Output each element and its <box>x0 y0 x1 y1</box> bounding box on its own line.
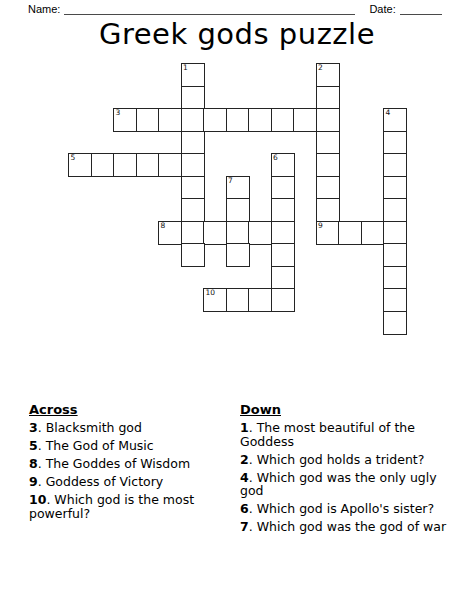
grid-cell-r6c11[interactable] <box>316 198 340 222</box>
clue-across-9: 9. Goddess of Victory <box>29 475 210 489</box>
grid-cell-r2c8[interactable] <box>248 108 272 132</box>
across-clue-list: 3. Blacksmith god5. The God of Music8. T… <box>29 421 210 520</box>
clue-down-2: 2. Which god holds a trident? <box>240 453 448 467</box>
grid-cell-r7c11[interactable]: 9 <box>316 221 340 245</box>
page-title: Greek gods puzzle <box>0 17 474 51</box>
grid-cell-r7c9[interactable] <box>271 221 295 245</box>
grid-cell-r5c14[interactable] <box>383 176 407 200</box>
grid-cell-r1c11[interactable] <box>316 86 340 110</box>
grid-cell-r6c9[interactable] <box>271 198 295 222</box>
grid-cell-r7c14[interactable] <box>383 221 407 245</box>
cell-number-3: 3 <box>116 109 121 117</box>
grid-cell-r10c8[interactable] <box>248 288 272 312</box>
cell-number-2: 2 <box>318 64 323 72</box>
grid-cell-r4c11[interactable] <box>316 153 340 177</box>
date-input-line[interactable] <box>400 2 442 15</box>
grid-cell-r6c7[interactable] <box>226 198 250 222</box>
grid-cell-r2c7[interactable] <box>226 108 250 132</box>
grid-cell-r10c14[interactable] <box>383 288 407 312</box>
grid-cell-r4c5[interactable] <box>181 153 205 177</box>
clue-down-4: 4. Which god was the only ugly god <box>240 471 448 498</box>
cell-number-1: 1 <box>183 64 188 72</box>
grid-cell-r4c3[interactable] <box>136 153 160 177</box>
crossword-grid: 12345678910 <box>68 63 407 335</box>
cell-number-5: 5 <box>71 154 76 162</box>
grid-cell-r2c6[interactable] <box>203 108 227 132</box>
grid-cell-r4c14[interactable] <box>383 153 407 177</box>
crossword-worksheet: Name: Date: Greek gods puzzle 1234567891… <box>0 0 474 613</box>
clue-across-5: 5. The God of Music <box>29 439 210 453</box>
grid-cell-r2c3[interactable] <box>136 108 160 132</box>
grid-cell-r4c4[interactable] <box>158 153 182 177</box>
grid-cell-r2c5[interactable] <box>181 108 205 132</box>
grid-cell-r11c14[interactable] <box>383 311 407 335</box>
grid-cell-r2c4[interactable] <box>158 108 182 132</box>
grid-cell-r5c5[interactable] <box>181 176 205 200</box>
grid-cell-r5c11[interactable] <box>316 176 340 200</box>
clue-across-10: 10. Which god is the most powerful? <box>29 493 210 520</box>
across-heading: Across <box>29 402 210 417</box>
grid-cell-r10c6[interactable]: 10 <box>203 288 227 312</box>
grid-cell-r2c2[interactable]: 3 <box>113 108 137 132</box>
grid-cell-r5c7[interactable]: 7 <box>226 176 250 200</box>
across-clues: Across 3. Blacksmith god5. The God of Mu… <box>29 402 210 525</box>
grid-cell-r8c9[interactable] <box>271 243 295 267</box>
clue-across-3: 3. Blacksmith god <box>29 421 210 435</box>
grid-cell-r7c7[interactable] <box>226 221 250 245</box>
grid-cell-r9c9[interactable] <box>271 266 295 290</box>
grid-cell-r8c7[interactable] <box>226 243 250 267</box>
grid-cell-r2c14[interactable]: 4 <box>383 108 407 132</box>
cell-number-10: 10 <box>206 289 216 297</box>
grid-cell-r7c6[interactable] <box>203 221 227 245</box>
grid-cell-r6c14[interactable] <box>383 198 407 222</box>
grid-cell-r9c14[interactable] <box>383 266 407 290</box>
clue-down-7: 7. Which god was the god of war <box>240 520 448 534</box>
clue-down-1: 1. The most beautiful of the Goddess <box>240 421 448 448</box>
clue-down-6: 6. Which god is Apollo's sister? <box>240 502 448 516</box>
grid-cell-r7c5[interactable] <box>181 221 205 245</box>
cell-number-4: 4 <box>386 109 391 117</box>
name-label: Name: <box>28 3 60 15</box>
cell-number-9: 9 <box>318 222 323 230</box>
down-heading: Down <box>240 402 448 417</box>
grid-cell-r3c11[interactable] <box>316 131 340 155</box>
down-clue-list: 1. The most beautiful of the Goddess2. W… <box>240 421 448 534</box>
grid-cell-r3c5[interactable] <box>181 131 205 155</box>
grid-cell-r10c7[interactable] <box>226 288 250 312</box>
cell-number-6: 6 <box>273 154 278 162</box>
grid-cell-r6c5[interactable] <box>181 198 205 222</box>
grid-cell-r4c2[interactable] <box>113 153 137 177</box>
grid-cell-r1c5[interactable] <box>181 86 205 110</box>
date-label: Date: <box>369 3 395 15</box>
cell-number-7: 7 <box>228 177 233 185</box>
clue-across-8: 8. The Goddes of Wisdom <box>29 457 210 471</box>
clues-section: Across 3. Blacksmith god5. The God of Mu… <box>29 402 448 538</box>
grid-cell-r7c4[interactable]: 8 <box>158 221 182 245</box>
grid-cell-r7c8[interactable] <box>248 221 272 245</box>
grid-cell-r8c14[interactable] <box>383 243 407 267</box>
grid-cell-r4c9[interactable]: 6 <box>271 153 295 177</box>
grid-cell-r8c5[interactable] <box>181 243 205 267</box>
cell-number-8: 8 <box>161 222 166 230</box>
name-date-bar: Name: Date: <box>28 2 442 15</box>
grid-cell-r7c12[interactable] <box>338 221 362 245</box>
grid-cell-r7c13[interactable] <box>361 221 385 245</box>
grid-cell-r4c1[interactable] <box>91 153 115 177</box>
grid-cell-r2c9[interactable] <box>271 108 295 132</box>
grid-cell-r5c9[interactable] <box>271 176 295 200</box>
grid-cell-r10c9[interactable] <box>271 288 295 312</box>
grid-cell-r2c11[interactable] <box>316 108 340 132</box>
grid-cell-r0c5[interactable]: 1 <box>181 63 205 87</box>
name-input-line[interactable] <box>64 2 355 15</box>
grid-cell-r2c10[interactable] <box>293 108 317 132</box>
grid-cell-r0c11[interactable]: 2 <box>316 63 340 87</box>
grid-cell-r4c0[interactable]: 5 <box>68 153 92 177</box>
down-clues: Down 1. The most beautiful of the Goddes… <box>240 402 448 538</box>
grid-cell-r3c14[interactable] <box>383 131 407 155</box>
